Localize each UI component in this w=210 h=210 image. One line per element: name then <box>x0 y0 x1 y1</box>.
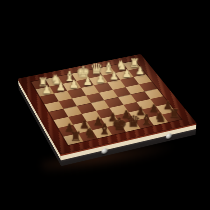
board-square <box>53 117 72 128</box>
board-square <box>96 108 115 119</box>
board-square <box>123 102 142 113</box>
board-square <box>44 101 63 112</box>
board-square <box>142 106 161 117</box>
board-square <box>128 109 147 120</box>
board-square <box>77 103 96 114</box>
board-square <box>68 114 87 125</box>
board-square <box>49 109 68 120</box>
board-square <box>78 130 98 142</box>
metal-clasp-icon <box>102 148 108 154</box>
board-square <box>82 111 101 122</box>
board-square <box>106 124 126 136</box>
board-square <box>115 112 134 123</box>
board-square <box>109 105 128 116</box>
board-square <box>63 106 82 117</box>
board-square <box>58 125 77 137</box>
board-square <box>87 119 106 130</box>
board-square <box>136 99 155 110</box>
board-square <box>156 104 175 115</box>
board-square <box>92 127 112 139</box>
chess-board: ♜♞♝♚♛♝♞♜♟♟♟♟♟♟♟♟♟♟♟♟♟♟♟♟♜♞♝♚♛♝♞♜ <box>18 54 197 154</box>
board-square <box>150 96 169 107</box>
board-square <box>73 122 92 133</box>
metal-clasp-icon <box>166 133 172 139</box>
board-square <box>101 116 120 127</box>
board-square <box>120 120 140 131</box>
product-photo: ♜♞♝♚♛♝♞♜♟♟♟♟♟♟♟♟♟♟♟♟♟♟♟♟♜♞♝♚♛♝♞♜ <box>0 0 210 210</box>
board-square <box>63 133 83 145</box>
board-square <box>148 114 168 125</box>
board-square <box>162 111 182 122</box>
board-square <box>90 100 109 111</box>
board-square <box>134 117 154 128</box>
